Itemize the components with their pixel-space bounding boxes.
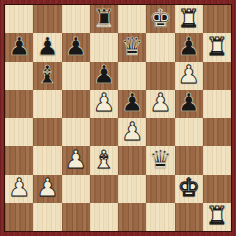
- square-g1[interactable]: [175, 203, 203, 231]
- piece-black-pawn[interactable]: ♟: [121, 90, 143, 115]
- square-e8[interactable]: [118, 5, 146, 33]
- square-a8[interactable]: [5, 5, 33, 33]
- chess-board: ♜♚♜♟♟♟♛♟♜♝♟♟♟♟♟♟♟♟♝♛♟♟♚♜: [4, 4, 232, 232]
- square-a2[interactable]: ♟: [5, 175, 33, 203]
- piece-white-bishop[interactable]: ♝: [93, 147, 115, 172]
- square-g4[interactable]: [175, 118, 203, 146]
- piece-black-pawn[interactable]: ♟: [177, 90, 199, 115]
- piece-black-pawn[interactable]: ♟: [36, 34, 58, 59]
- square-h5[interactable]: [203, 90, 231, 118]
- square-d1[interactable]: [90, 203, 118, 231]
- square-c1[interactable]: [62, 203, 90, 231]
- square-d7[interactable]: [90, 33, 118, 61]
- square-d8[interactable]: ♜: [90, 5, 118, 33]
- square-d3[interactable]: ♝: [90, 146, 118, 174]
- square-h1[interactable]: ♜: [203, 203, 231, 231]
- square-a5[interactable]: [5, 90, 33, 118]
- square-b3[interactable]: [33, 146, 61, 174]
- piece-white-rook[interactable]: ♜: [206, 203, 228, 228]
- square-d4[interactable]: [90, 118, 118, 146]
- square-c2[interactable]: [62, 175, 90, 203]
- square-f8[interactable]: ♚: [146, 5, 174, 33]
- square-h6[interactable]: [203, 62, 231, 90]
- square-c7[interactable]: ♟: [62, 33, 90, 61]
- square-c4[interactable]: [62, 118, 90, 146]
- square-d5[interactable]: ♟: [90, 90, 118, 118]
- square-f4[interactable]: [146, 118, 174, 146]
- board-frame: ♜♚♜♟♟♟♛♟♜♝♟♟♟♟♟♟♟♟♝♛♟♟♚♜: [0, 0, 236, 236]
- square-b7[interactable]: ♟: [33, 33, 61, 61]
- square-e1[interactable]: [118, 203, 146, 231]
- square-h3[interactable]: [203, 146, 231, 174]
- square-g7[interactable]: ♟: [175, 33, 203, 61]
- square-g2[interactable]: ♚: [175, 175, 203, 203]
- square-e5[interactable]: ♟: [118, 90, 146, 118]
- square-f2[interactable]: [146, 175, 174, 203]
- square-e7[interactable]: ♛: [118, 33, 146, 61]
- piece-white-pawn[interactable]: ♟: [8, 175, 30, 200]
- square-f5[interactable]: ♟: [146, 90, 174, 118]
- piece-black-pawn[interactable]: ♟: [8, 34, 30, 59]
- square-a1[interactable]: [5, 203, 33, 231]
- square-h2[interactable]: [203, 175, 231, 203]
- piece-white-pawn[interactable]: ♟: [64, 147, 86, 172]
- square-c6[interactable]: [62, 62, 90, 90]
- piece-white-rook[interactable]: ♜: [206, 34, 228, 59]
- piece-white-rook[interactable]: ♜: [177, 6, 199, 31]
- piece-black-pawn[interactable]: ♟: [64, 34, 86, 59]
- piece-white-pawn[interactable]: ♟: [149, 90, 171, 115]
- piece-white-pawn[interactable]: ♟: [121, 119, 143, 144]
- square-g3[interactable]: [175, 146, 203, 174]
- square-h7[interactable]: ♜: [203, 33, 231, 61]
- piece-black-pawn[interactable]: ♟: [93, 62, 115, 87]
- square-e2[interactable]: [118, 175, 146, 203]
- square-b1[interactable]: [33, 203, 61, 231]
- piece-black-king[interactable]: ♚: [149, 6, 171, 31]
- square-c3[interactable]: ♟: [62, 146, 90, 174]
- square-a4[interactable]: [5, 118, 33, 146]
- piece-white-pawn[interactable]: ♟: [36, 175, 58, 200]
- square-f3[interactable]: ♛: [146, 146, 174, 174]
- piece-black-pawn[interactable]: ♟: [177, 34, 199, 59]
- square-g5[interactable]: ♟: [175, 90, 203, 118]
- square-c5[interactable]: [62, 90, 90, 118]
- square-b2[interactable]: ♟: [33, 175, 61, 203]
- piece-white-pawn[interactable]: ♟: [177, 62, 199, 87]
- piece-black-bishop[interactable]: ♝: [36, 62, 58, 87]
- square-f1[interactable]: [146, 203, 174, 231]
- square-f7[interactable]: [146, 33, 174, 61]
- square-h8[interactable]: [203, 5, 231, 33]
- square-g8[interactable]: ♜: [175, 5, 203, 33]
- square-b4[interactable]: [33, 118, 61, 146]
- square-d6[interactable]: ♟: [90, 62, 118, 90]
- square-a6[interactable]: [5, 62, 33, 90]
- square-a7[interactable]: ♟: [5, 33, 33, 61]
- square-h4[interactable]: [203, 118, 231, 146]
- square-e3[interactable]: [118, 146, 146, 174]
- square-b5[interactable]: [33, 90, 61, 118]
- square-b6[interactable]: ♝: [33, 62, 61, 90]
- piece-black-rook[interactable]: ♜: [93, 6, 115, 31]
- piece-black-queen[interactable]: ♛: [121, 34, 143, 59]
- square-e4[interactable]: ♟: [118, 118, 146, 146]
- square-d2[interactable]: [90, 175, 118, 203]
- square-c8[interactable]: [62, 5, 90, 33]
- square-b8[interactable]: [33, 5, 61, 33]
- piece-white-pawn[interactable]: ♟: [93, 90, 115, 115]
- square-a3[interactable]: [5, 146, 33, 174]
- square-f6[interactable]: [146, 62, 174, 90]
- square-e6[interactable]: [118, 62, 146, 90]
- piece-white-king[interactable]: ♚: [177, 175, 199, 200]
- square-g6[interactable]: ♟: [175, 62, 203, 90]
- piece-black-queen[interactable]: ♛: [149, 147, 171, 172]
